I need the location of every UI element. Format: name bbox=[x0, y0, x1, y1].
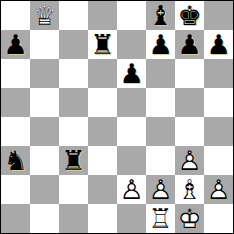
piece-black-pawn[interactable]: ♟ bbox=[1, 30, 30, 59]
square-c3[interactable]: ♜ bbox=[59, 146, 88, 175]
square-d4[interactable] bbox=[88, 117, 117, 146]
square-f7[interactable]: ♟ bbox=[146, 30, 175, 59]
square-f6[interactable] bbox=[146, 59, 175, 88]
square-f5[interactable] bbox=[146, 88, 175, 117]
square-f2[interactable]: ♟♙ bbox=[146, 175, 175, 204]
piece-white-pawn[interactable]: ♟♙ bbox=[175, 146, 204, 175]
black-pawn-icon: ♟ bbox=[146, 30, 175, 59]
black-knight-icon: ♞ bbox=[1, 146, 30, 175]
piece-white-bishop[interactable]: ♝♗ bbox=[175, 175, 204, 204]
square-a4[interactable] bbox=[1, 117, 30, 146]
square-e1[interactable] bbox=[117, 204, 146, 233]
black-pawn-icon: ♟ bbox=[117, 59, 146, 88]
square-e7[interactable] bbox=[117, 30, 146, 59]
piece-black-rook[interactable]: ♜ bbox=[59, 146, 88, 175]
piece-black-king[interactable]: ♚ bbox=[175, 1, 204, 30]
square-h5[interactable] bbox=[204, 88, 233, 117]
piece-white-queen[interactable]: ♛♕ bbox=[30, 1, 59, 30]
black-rook-icon: ♜ bbox=[59, 146, 88, 175]
square-g2[interactable]: ♝♗ bbox=[175, 175, 204, 204]
square-e5[interactable] bbox=[117, 88, 146, 117]
square-d7[interactable]: ♜ bbox=[88, 30, 117, 59]
square-c5[interactable] bbox=[59, 88, 88, 117]
square-h1[interactable] bbox=[204, 204, 233, 233]
square-h3[interactable] bbox=[204, 146, 233, 175]
white-pawn-outline-icon: ♙ bbox=[175, 146, 204, 175]
black-king-icon: ♚ bbox=[175, 1, 204, 30]
square-d5[interactable] bbox=[88, 88, 117, 117]
square-b5[interactable] bbox=[30, 88, 59, 117]
square-c2[interactable] bbox=[59, 175, 88, 204]
black-rook-icon: ♜ bbox=[88, 30, 117, 59]
square-e4[interactable] bbox=[117, 117, 146, 146]
square-a8[interactable] bbox=[1, 1, 30, 30]
square-e6[interactable]: ♟ bbox=[117, 59, 146, 88]
square-a6[interactable] bbox=[1, 59, 30, 88]
chess-board: ♛♕♝♚♟♜♟♟♟♟♞♜♟♙♟♙♟♙♝♗♟♙♜♖♚♔ bbox=[0, 0, 234, 234]
piece-black-rook[interactable]: ♜ bbox=[88, 30, 117, 59]
square-d3[interactable] bbox=[88, 146, 117, 175]
square-h8[interactable] bbox=[204, 1, 233, 30]
square-b6[interactable] bbox=[30, 59, 59, 88]
white-king-outline-icon: ♔ bbox=[175, 204, 204, 233]
piece-white-pawn[interactable]: ♟♙ bbox=[204, 175, 233, 204]
piece-black-bishop[interactable]: ♝ bbox=[146, 1, 175, 30]
square-c7[interactable] bbox=[59, 30, 88, 59]
black-pawn-icon: ♟ bbox=[1, 30, 30, 59]
square-f8[interactable]: ♝ bbox=[146, 1, 175, 30]
square-c1[interactable] bbox=[59, 204, 88, 233]
white-pawn-outline-icon: ♙ bbox=[146, 175, 175, 204]
white-queen-outline-icon: ♕ bbox=[30, 1, 59, 30]
square-c6[interactable] bbox=[59, 59, 88, 88]
square-g8[interactable]: ♚ bbox=[175, 1, 204, 30]
piece-white-rook[interactable]: ♜♖ bbox=[146, 204, 175, 233]
square-d1[interactable] bbox=[88, 204, 117, 233]
piece-black-pawn[interactable]: ♟ bbox=[175, 30, 204, 59]
square-b2[interactable] bbox=[30, 175, 59, 204]
square-g3[interactable]: ♟♙ bbox=[175, 146, 204, 175]
square-g7[interactable]: ♟ bbox=[175, 30, 204, 59]
square-f1[interactable]: ♜♖ bbox=[146, 204, 175, 233]
square-e2[interactable]: ♟♙ bbox=[117, 175, 146, 204]
square-d2[interactable] bbox=[88, 175, 117, 204]
piece-black-knight[interactable]: ♞ bbox=[1, 146, 30, 175]
square-a2[interactable] bbox=[1, 175, 30, 204]
white-rook-outline-icon: ♖ bbox=[146, 204, 175, 233]
white-bishop-outline-icon: ♗ bbox=[175, 175, 204, 204]
square-b8[interactable]: ♛♕ bbox=[30, 1, 59, 30]
piece-black-pawn[interactable]: ♟ bbox=[117, 59, 146, 88]
square-g5[interactable] bbox=[175, 88, 204, 117]
square-b7[interactable] bbox=[30, 30, 59, 59]
piece-white-king[interactable]: ♚♔ bbox=[175, 204, 204, 233]
square-h7[interactable]: ♟ bbox=[204, 30, 233, 59]
square-b1[interactable] bbox=[30, 204, 59, 233]
square-a3[interactable]: ♞ bbox=[1, 146, 30, 175]
square-f3[interactable] bbox=[146, 146, 175, 175]
white-pawn-outline-icon: ♙ bbox=[117, 175, 146, 204]
square-g1[interactable]: ♚♔ bbox=[175, 204, 204, 233]
square-g6[interactable] bbox=[175, 59, 204, 88]
piece-white-pawn[interactable]: ♟♙ bbox=[117, 175, 146, 204]
piece-black-pawn[interactable]: ♟ bbox=[204, 30, 233, 59]
square-f4[interactable] bbox=[146, 117, 175, 146]
square-c4[interactable] bbox=[59, 117, 88, 146]
square-e8[interactable] bbox=[117, 1, 146, 30]
white-pawn-outline-icon: ♙ bbox=[204, 175, 233, 204]
piece-white-pawn[interactable]: ♟♙ bbox=[146, 175, 175, 204]
square-g4[interactable] bbox=[175, 117, 204, 146]
square-a7[interactable]: ♟ bbox=[1, 30, 30, 59]
square-h2[interactable]: ♟♙ bbox=[204, 175, 233, 204]
square-a1[interactable] bbox=[1, 204, 30, 233]
piece-black-pawn[interactable]: ♟ bbox=[146, 30, 175, 59]
black-pawn-icon: ♟ bbox=[175, 30, 204, 59]
square-c8[interactable] bbox=[59, 1, 88, 30]
square-h4[interactable] bbox=[204, 117, 233, 146]
square-d6[interactable] bbox=[88, 59, 117, 88]
square-b3[interactable] bbox=[30, 146, 59, 175]
black-bishop-icon: ♝ bbox=[146, 1, 175, 30]
square-b4[interactable] bbox=[30, 117, 59, 146]
square-h6[interactable] bbox=[204, 59, 233, 88]
square-e3[interactable] bbox=[117, 146, 146, 175]
square-d8[interactable] bbox=[88, 1, 117, 30]
square-a5[interactable] bbox=[1, 88, 30, 117]
black-pawn-icon: ♟ bbox=[204, 30, 233, 59]
